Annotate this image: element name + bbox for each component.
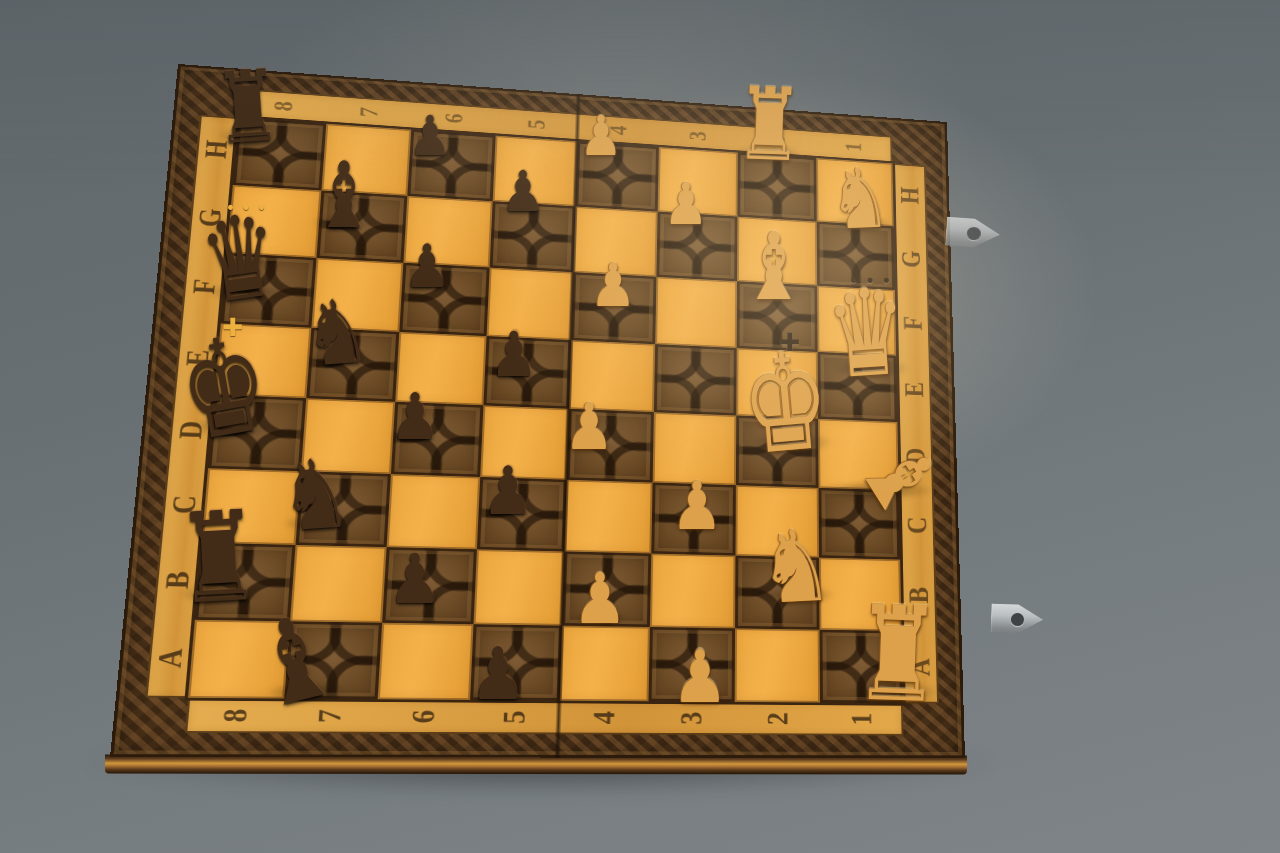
- bishop-glyph: ♝: [742, 220, 807, 314]
- pawn-glyph: ♟: [404, 236, 451, 296]
- pawn-glyph: ♟: [482, 458, 534, 525]
- queen-finial-detail: • • •: [226, 200, 267, 217]
- pawn-glyph: ♟: [579, 107, 622, 162]
- pawn-glyph: ♟: [490, 324, 538, 386]
- bishop-glyph: ♝: [844, 426, 957, 533]
- pawn-glyph: ♟: [664, 175, 709, 233]
- pawn-glyph: ♟: [671, 473, 723, 540]
- pawn-glyph: ♟: [590, 255, 637, 315]
- knight-glyph: ♞: [828, 157, 892, 242]
- queen-finial-detail: • • •: [848, 272, 891, 290]
- rook-glyph: ♜: [852, 588, 943, 722]
- pawn-glyph: ♟: [573, 563, 628, 633]
- rook-glyph: ♜: [211, 56, 283, 159]
- pawn-glyph: ♟: [408, 107, 451, 162]
- king-finial-detail: ✚: [780, 330, 801, 355]
- pieces-layer: ♜♛• • •♚✚♜♝♞♞♝♟♟♟♟♟♟♟♟♟♟♟♟♟♟♟♜♝♚✚♞♞♛• • …: [0, 0, 1280, 853]
- chess-photo-scene: 87654321 87654321 HGFEDCBA HGFEDCBA ♜♛• …: [0, 0, 1280, 853]
- knight-glyph: ♞: [277, 446, 354, 547]
- king-finial-detail: ✚: [223, 315, 244, 340]
- rook-glyph: ♜: [734, 73, 804, 175]
- pawn-glyph: ♟: [470, 638, 526, 710]
- bishop-glyph: ♝: [313, 150, 376, 241]
- pawn-glyph: ♟: [388, 544, 442, 613]
- knight-glyph: ♞: [301, 286, 373, 379]
- knight-glyph: ♞: [757, 515, 836, 619]
- pawn-glyph: ♟: [672, 641, 728, 713]
- pawn-glyph: ♟: [501, 163, 545, 219]
- pawn-glyph: ♟: [390, 385, 440, 449]
- bishop-glyph: ♝: [242, 596, 346, 726]
- pawn-glyph: ♟: [564, 395, 614, 459]
